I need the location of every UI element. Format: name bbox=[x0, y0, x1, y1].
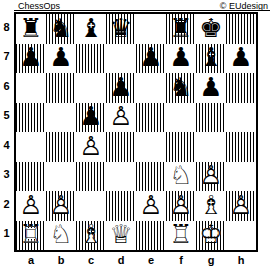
file-label-b: b bbox=[46, 253, 76, 266]
piece-outline: ♙ bbox=[139, 192, 162, 218]
black-bishop: ♝ bbox=[196, 44, 226, 74]
square-e5[interactable] bbox=[136, 103, 166, 133]
piece-glyph: ♟ bbox=[79, 103, 102, 129]
white-pawn: ♟♙ bbox=[46, 191, 76, 221]
square-h5[interactable] bbox=[226, 103, 256, 133]
piece-glyph: ♟ bbox=[109, 74, 132, 100]
piece-glyph: ♟ bbox=[199, 74, 222, 100]
black-rook: ♜ bbox=[166, 14, 196, 44]
piece-glyph: ♟ bbox=[229, 44, 252, 70]
piece-outline: ♙ bbox=[79, 133, 102, 159]
black-king: ♚ bbox=[196, 14, 226, 44]
white-knight: ♞♘ bbox=[46, 221, 76, 251]
rank-label-8: 8 bbox=[0, 12, 13, 42]
square-c3[interactable] bbox=[76, 162, 106, 192]
square-g6[interactable]: ♟ bbox=[196, 73, 226, 103]
square-c8[interactable]: ♝ bbox=[76, 14, 106, 44]
square-f6[interactable]: ♞ bbox=[166, 73, 196, 103]
white-queen: ♛♕ bbox=[106, 221, 136, 251]
white-rook: ♜♖ bbox=[166, 221, 196, 251]
square-d8[interactable]: ♛ bbox=[106, 14, 136, 44]
square-a7[interactable]: ♟ bbox=[16, 44, 46, 74]
white-pawn: ♟♙ bbox=[106, 103, 136, 133]
piece-outline: ♘ bbox=[169, 162, 192, 188]
black-queen: ♛ bbox=[106, 14, 136, 44]
piece-glyph: ♜ bbox=[169, 15, 192, 41]
square-h6[interactable] bbox=[226, 73, 256, 103]
piece-outline: ♗ bbox=[199, 192, 222, 218]
piece-outline: ♗ bbox=[79, 221, 102, 247]
square-a3[interactable] bbox=[16, 162, 46, 192]
piece-outline: ♙ bbox=[49, 192, 72, 218]
rank-label-5: 5 bbox=[0, 101, 13, 131]
square-d1[interactable]: ♛♕ bbox=[106, 221, 136, 251]
piece-glyph: ♚ bbox=[199, 15, 222, 41]
rank-label-4: 4 bbox=[0, 130, 13, 160]
square-g8[interactable]: ♚ bbox=[196, 14, 226, 44]
square-a4[interactable] bbox=[16, 132, 46, 162]
piece-outline: ♙ bbox=[199, 162, 222, 188]
square-h4[interactable] bbox=[226, 132, 256, 162]
square-g1[interactable]: ♚♔ bbox=[196, 221, 226, 251]
square-d6[interactable]: ♟ bbox=[106, 73, 136, 103]
rank-label-7: 7 bbox=[0, 42, 13, 72]
square-h1[interactable] bbox=[226, 221, 256, 251]
piece-glyph: ♜ bbox=[19, 15, 42, 41]
piece-glyph: ♝ bbox=[199, 44, 222, 70]
file-label-g: g bbox=[196, 253, 226, 266]
square-c7[interactable] bbox=[76, 44, 106, 74]
piece-glyph: ♟ bbox=[49, 44, 72, 70]
square-c5[interactable]: ♟ bbox=[76, 103, 106, 133]
file-label-h: h bbox=[226, 253, 256, 266]
square-a8[interactable]: ♜ bbox=[16, 14, 46, 44]
file-label-d: d bbox=[106, 253, 136, 266]
white-rook: ♜♖ bbox=[16, 221, 46, 251]
square-d5[interactable]: ♟♙ bbox=[106, 103, 136, 133]
square-a2[interactable]: ♟♙ bbox=[16, 191, 46, 221]
square-b3[interactable] bbox=[46, 162, 76, 192]
square-h2[interactable]: ♟♙ bbox=[226, 191, 256, 221]
square-a5[interactable] bbox=[16, 103, 46, 133]
title-bar: ChessOps © EUdesign bbox=[0, 0, 270, 11]
white-king: ♚♔ bbox=[196, 221, 226, 251]
square-d4[interactable] bbox=[106, 132, 136, 162]
square-b4[interactable] bbox=[46, 132, 76, 162]
rank-label-6: 6 bbox=[0, 71, 13, 101]
square-f5[interactable] bbox=[166, 103, 196, 133]
file-label-e: e bbox=[136, 253, 166, 266]
square-f4[interactable] bbox=[166, 132, 196, 162]
file-labels: abcdefgh bbox=[16, 253, 256, 266]
square-c2[interactable] bbox=[76, 191, 106, 221]
white-knight: ♞♘ bbox=[166, 162, 196, 192]
chess-diagram: ChessOps © EUdesign 87654321 ♜♞♝♛♜♚♟♟♟♟♝… bbox=[0, 0, 270, 270]
white-pawn: ♟♙ bbox=[136, 191, 166, 221]
piece-outline: ♕ bbox=[109, 221, 132, 247]
piece-glyph: ♟ bbox=[169, 44, 192, 70]
square-f3[interactable]: ♞♘ bbox=[166, 162, 196, 192]
square-e1[interactable] bbox=[136, 221, 166, 251]
piece-glyph: ♟ bbox=[139, 44, 162, 70]
square-f7[interactable]: ♟ bbox=[166, 44, 196, 74]
square-h3[interactable] bbox=[226, 162, 256, 192]
square-g3[interactable]: ♟♙ bbox=[196, 162, 226, 192]
black-pawn: ♟ bbox=[106, 73, 136, 103]
black-pawn: ♟ bbox=[196, 73, 226, 103]
piece-outline: ♔ bbox=[199, 221, 222, 247]
square-f2[interactable]: ♟♙ bbox=[166, 191, 196, 221]
square-b1[interactable]: ♞♘ bbox=[46, 221, 76, 251]
file-label-f: f bbox=[166, 253, 196, 266]
white-bishop: ♝♗ bbox=[196, 191, 226, 221]
square-g7[interactable]: ♝ bbox=[196, 44, 226, 74]
piece-glyph: ♞ bbox=[49, 15, 72, 41]
piece-outline: ♖ bbox=[19, 221, 42, 247]
rank-label-1: 1 bbox=[0, 219, 13, 249]
black-pawn: ♟ bbox=[76, 103, 106, 133]
square-a1[interactable]: ♜♖ bbox=[16, 221, 46, 251]
piece-outline: ♙ bbox=[229, 192, 252, 218]
square-b6[interactable] bbox=[46, 73, 76, 103]
square-h8[interactable] bbox=[226, 14, 256, 44]
black-pawn: ♟ bbox=[226, 44, 256, 74]
square-f1[interactable]: ♜♖ bbox=[166, 221, 196, 251]
white-pawn: ♟♙ bbox=[76, 132, 106, 162]
black-pawn: ♟ bbox=[166, 44, 196, 74]
rank-label-2: 2 bbox=[0, 189, 13, 219]
square-e4[interactable] bbox=[136, 132, 166, 162]
square-b8[interactable]: ♞ bbox=[46, 14, 76, 44]
rank-labels: 87654321 bbox=[0, 12, 13, 248]
square-h7[interactable]: ♟ bbox=[226, 44, 256, 74]
black-pawn: ♟ bbox=[16, 44, 46, 74]
rank-label-3: 3 bbox=[0, 160, 13, 190]
square-b5[interactable] bbox=[46, 103, 76, 133]
black-pawn: ♟ bbox=[136, 44, 166, 74]
square-b7[interactable]: ♟ bbox=[46, 44, 76, 74]
black-knight: ♞ bbox=[166, 73, 196, 103]
piece-glyph: ♟ bbox=[19, 44, 42, 70]
square-d2[interactable] bbox=[106, 191, 136, 221]
square-d3[interactable] bbox=[106, 162, 136, 192]
piece-glyph: ♞ bbox=[169, 74, 192, 100]
file-label-a: a bbox=[16, 253, 46, 266]
black-knight: ♞ bbox=[46, 14, 76, 44]
header-divider bbox=[14, 10, 270, 11]
white-pawn: ♟♙ bbox=[226, 191, 256, 221]
square-c1[interactable]: ♝♗ bbox=[76, 221, 106, 251]
square-a6[interactable] bbox=[16, 73, 46, 103]
piece-outline: ♘ bbox=[49, 221, 72, 247]
piece-glyph: ♝ bbox=[79, 15, 102, 41]
square-g2[interactable]: ♝♗ bbox=[196, 191, 226, 221]
square-b2[interactable]: ♟♙ bbox=[46, 191, 76, 221]
square-d7[interactable] bbox=[106, 44, 136, 74]
square-g4[interactable] bbox=[196, 132, 226, 162]
piece-outline: ♙ bbox=[19, 192, 42, 218]
square-e8[interactable] bbox=[136, 14, 166, 44]
white-pawn: ♟♙ bbox=[16, 191, 46, 221]
white-pawn: ♟♙ bbox=[166, 191, 196, 221]
square-f8[interactable]: ♜ bbox=[166, 14, 196, 44]
piece-outline: ♖ bbox=[169, 221, 192, 247]
piece-outline: ♙ bbox=[169, 192, 192, 218]
square-c4[interactable]: ♟♙ bbox=[76, 132, 106, 162]
file-label-c: c bbox=[76, 253, 106, 266]
black-bishop: ♝ bbox=[76, 14, 106, 44]
square-e6[interactable] bbox=[136, 73, 166, 103]
white-bishop: ♝♗ bbox=[76, 221, 106, 251]
square-e3[interactable] bbox=[136, 162, 166, 192]
black-pawn: ♟ bbox=[46, 44, 76, 74]
square-g5[interactable] bbox=[196, 103, 226, 133]
square-e2[interactable]: ♟♙ bbox=[136, 191, 166, 221]
white-pawn: ♟♙ bbox=[196, 162, 226, 192]
square-c6[interactable] bbox=[76, 73, 106, 103]
piece-glyph: ♛ bbox=[109, 15, 132, 41]
chess-board: ♜♞♝♛♜♚♟♟♟♟♝♟♟♞♟♟♟♙♟♙♞♘♟♙♟♙♟♙♟♙♟♙♝♗♟♙♜♖♞♘… bbox=[14, 12, 258, 252]
piece-outline: ♙ bbox=[109, 103, 132, 129]
square-e7[interactable]: ♟ bbox=[136, 44, 166, 74]
black-rook: ♜ bbox=[16, 14, 46, 44]
